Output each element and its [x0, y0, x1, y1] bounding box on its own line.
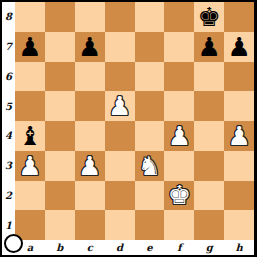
- file-label-f: f: [164, 240, 194, 255]
- square-d8[interactable]: [105, 2, 135, 32]
- black-bishop[interactable]: ♝: [18, 123, 41, 149]
- rank-label-5: 5: [2, 91, 15, 121]
- white-knight[interactable]: ♞: [138, 153, 161, 179]
- chess-board: ♚♟♟♟♟♟♝♟♟♟♟♞♚: [15, 2, 254, 240]
- file-label-e: e: [135, 240, 165, 255]
- square-h7[interactable]: ♟: [224, 32, 254, 62]
- square-a7[interactable]: ♟: [15, 32, 45, 62]
- rank-label-8: 8: [2, 2, 15, 32]
- square-h6[interactable]: [224, 62, 254, 92]
- square-d2[interactable]: [105, 181, 135, 211]
- square-g2[interactable]: [194, 181, 224, 211]
- square-g7[interactable]: ♟: [194, 32, 224, 62]
- square-d1[interactable]: [105, 210, 135, 240]
- square-c1[interactable]: [75, 210, 105, 240]
- black-pawn[interactable]: ♟: [18, 34, 41, 60]
- square-d7[interactable]: [105, 32, 135, 62]
- square-a4[interactable]: ♝: [15, 121, 45, 151]
- rank-label-2: 2: [2, 181, 15, 211]
- square-f4[interactable]: ♟: [164, 121, 194, 151]
- square-e8[interactable]: [135, 2, 165, 32]
- square-a6[interactable]: [15, 62, 45, 92]
- square-h8[interactable]: [224, 2, 254, 32]
- square-g1[interactable]: [194, 210, 224, 240]
- square-a3[interactable]: ♟: [15, 151, 45, 181]
- square-h4[interactable]: ♟: [224, 121, 254, 151]
- square-e1[interactable]: [135, 210, 165, 240]
- square-a8[interactable]: [15, 2, 45, 32]
- square-d4[interactable]: [105, 121, 135, 151]
- square-d3[interactable]: [105, 151, 135, 181]
- rank-labels: 87654321: [2, 2, 15, 240]
- square-b4[interactable]: [45, 121, 75, 151]
- chess-diagram: 87654321 ♚♟♟♟♟♟♝♟♟♟♟♞♚ abcdefgh: [0, 0, 257, 257]
- square-b1[interactable]: [45, 210, 75, 240]
- square-a2[interactable]: [15, 181, 45, 211]
- white-to-move-indicator: [4, 234, 23, 253]
- square-h3[interactable]: [224, 151, 254, 181]
- square-e7[interactable]: [135, 32, 165, 62]
- file-label-g: g: [194, 240, 224, 255]
- square-e2[interactable]: [135, 181, 165, 211]
- white-pawn[interactable]: ♟: [78, 153, 101, 179]
- square-c3[interactable]: ♟: [75, 151, 105, 181]
- white-pawn[interactable]: ♟: [168, 123, 191, 149]
- file-labels: abcdefgh: [15, 240, 254, 255]
- square-f1[interactable]: [164, 210, 194, 240]
- square-e6[interactable]: [135, 62, 165, 92]
- square-c6[interactable]: [75, 62, 105, 92]
- square-h2[interactable]: [224, 181, 254, 211]
- square-e3[interactable]: ♞: [135, 151, 165, 181]
- square-g8[interactable]: ♚: [194, 2, 224, 32]
- rank-label-4: 4: [2, 121, 15, 151]
- square-f3[interactable]: [164, 151, 194, 181]
- square-f8[interactable]: [164, 2, 194, 32]
- square-d6[interactable]: [105, 62, 135, 92]
- rank-label-6: 6: [2, 62, 15, 92]
- square-g4[interactable]: [194, 121, 224, 151]
- black-pawn[interactable]: ♟: [227, 34, 250, 60]
- square-e5[interactable]: [135, 91, 165, 121]
- square-b6[interactable]: [45, 62, 75, 92]
- white-pawn[interactable]: ♟: [108, 93, 131, 119]
- square-h1[interactable]: [224, 210, 254, 240]
- square-b7[interactable]: [45, 32, 75, 62]
- square-d5[interactable]: ♟: [105, 91, 135, 121]
- file-label-h: h: [224, 240, 254, 255]
- white-pawn[interactable]: ♟: [18, 153, 41, 179]
- square-a5[interactable]: [15, 91, 45, 121]
- black-pawn[interactable]: ♟: [78, 34, 101, 60]
- square-c4[interactable]: [75, 121, 105, 151]
- file-label-b: b: [45, 240, 75, 255]
- rank-label-3: 3: [2, 151, 15, 181]
- white-king[interactable]: ♚: [168, 182, 191, 208]
- white-pawn[interactable]: ♟: [227, 123, 250, 149]
- square-f7[interactable]: [164, 32, 194, 62]
- square-f2[interactable]: ♚: [164, 181, 194, 211]
- square-b5[interactable]: [45, 91, 75, 121]
- square-c7[interactable]: ♟: [75, 32, 105, 62]
- diagram-inner: 87654321 ♚♟♟♟♟♟♝♟♟♟♟♞♚ abcdefgh: [2, 2, 254, 255]
- square-b2[interactable]: [45, 181, 75, 211]
- square-g5[interactable]: [194, 91, 224, 121]
- square-b3[interactable]: [45, 151, 75, 181]
- square-c8[interactable]: [75, 2, 105, 32]
- black-pawn[interactable]: ♟: [198, 34, 221, 60]
- square-g3[interactable]: [194, 151, 224, 181]
- file-label-d: d: [105, 240, 135, 255]
- square-b8[interactable]: [45, 2, 75, 32]
- file-label-c: c: [75, 240, 105, 255]
- square-c5[interactable]: [75, 91, 105, 121]
- square-f5[interactable]: [164, 91, 194, 121]
- square-f6[interactable]: [164, 62, 194, 92]
- square-g6[interactable]: [194, 62, 224, 92]
- rank-label-7: 7: [2, 32, 15, 62]
- square-e4[interactable]: [135, 121, 165, 151]
- black-king[interactable]: ♚: [198, 4, 221, 30]
- square-c2[interactable]: [75, 181, 105, 211]
- square-h5[interactable]: [224, 91, 254, 121]
